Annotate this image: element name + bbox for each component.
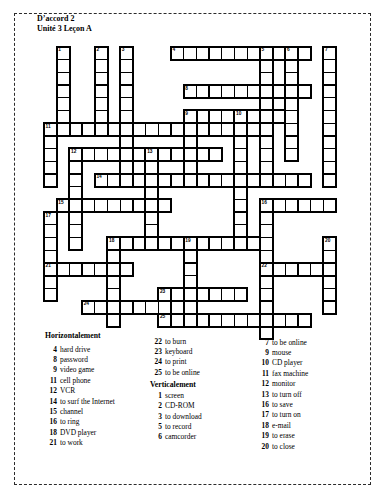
crossword-cell-r17c20[interactable] — [298, 263, 311, 276]
crossword-cell-r10c2[interactable] — [69, 174, 82, 187]
crossword-cell-r0c10[interactable] — [171, 47, 184, 60]
clue-text: to work — [60, 438, 83, 448]
crossword-cell-r5c11[interactable] — [184, 111, 197, 124]
crossword-cell-r12c7[interactable] — [133, 199, 146, 212]
crossword-cell-r0c13[interactable] — [209, 47, 222, 60]
crossword-cell-r3c17[interactable] — [260, 85, 273, 98]
crossword-cell-r19c17[interactable] — [260, 288, 273, 301]
crossword-cell-r9c11[interactable] — [184, 161, 197, 174]
crossword-cell-r6c19[interactable] — [285, 123, 298, 136]
crossword-cell-r15c17[interactable] — [260, 238, 273, 251]
crossword-cell-r14c8[interactable] — [146, 225, 159, 238]
crossword-cell-r10c9[interactable] — [158, 174, 171, 187]
crossword-cell-r13c0[interactable] — [44, 212, 57, 225]
crossword-cell-r10c12[interactable] — [196, 174, 209, 187]
clue-number: 12 — [42, 386, 60, 396]
crossword-cell-r14c17[interactable] — [260, 225, 273, 238]
crossword-cell-r6c14[interactable] — [222, 123, 235, 136]
crossword-cell-r17c3[interactable] — [82, 263, 95, 276]
crossword-cell-r12c22[interactable] — [323, 199, 336, 212]
crossword-cell-r0c22[interactable] — [323, 47, 336, 60]
crossword-cell-r8c17[interactable] — [260, 149, 273, 162]
crossword-cell-r3c20[interactable] — [298, 85, 311, 98]
crossword-cell-r13c8[interactable] — [146, 212, 159, 225]
crossword-cell-r4c6[interactable] — [120, 98, 133, 111]
crossword-cell-r20c6[interactable] — [120, 301, 133, 314]
crossword-cell-r3c18[interactable] — [273, 85, 286, 98]
crossword-cell-r7c17[interactable] — [260, 136, 273, 149]
clue-17: 17to turn on — [253, 410, 365, 420]
crossword-cell-r21c20[interactable] — [298, 314, 311, 327]
clue-number: 17 — [253, 410, 272, 420]
crossword-cell-r9c15[interactable] — [235, 161, 248, 174]
clue-22: 22to burn — [147, 337, 251, 347]
crossword-cell-r0c6[interactable] — [120, 47, 133, 60]
crossword-cell-r10c20[interactable] — [298, 174, 311, 187]
crossword-cell-r10c7[interactable] — [133, 174, 146, 187]
clue-text: cell phone — [60, 376, 91, 386]
crossword-cell-r21c17[interactable] — [260, 314, 273, 327]
crossword-cell-r10c10[interactable] — [171, 174, 184, 187]
clue-16: 16to ring — [42, 417, 146, 427]
crossword-cell-r20c5[interactable] — [108, 301, 121, 314]
crossword-cell-r10c5[interactable] — [108, 174, 121, 187]
crossword-cell-r12c1[interactable] — [57, 199, 70, 212]
crossword-cell-r6c4[interactable] — [95, 123, 108, 136]
crossword-cell-r19c12[interactable] — [196, 288, 209, 301]
crossword-cell-r6c17[interactable] — [260, 123, 273, 136]
crossword-cell-r8c11[interactable] — [184, 149, 197, 162]
clue-number: 19 — [253, 431, 272, 441]
crossword-cell-r4c22[interactable] — [323, 98, 336, 111]
crossword-cell-r5c6[interactable] — [120, 111, 133, 124]
crossword-cell-r16c22[interactable] — [323, 250, 336, 263]
clue-1: 1screen — [147, 391, 251, 401]
crossword-cell-r10c13[interactable] — [209, 174, 222, 187]
crossword-cell-r3c13[interactable] — [209, 85, 222, 98]
crossword-cell-r2c1[interactable] — [57, 72, 70, 85]
clue-12: 12monitor — [253, 379, 365, 389]
clue-number: 18 — [253, 421, 272, 431]
clue-text: to download — [165, 412, 202, 422]
clue-15: 15channel — [42, 407, 146, 417]
crossword-cell-r19c13[interactable] — [209, 288, 222, 301]
crossword-cell-r4c4[interactable] — [95, 98, 108, 111]
crossword-cell-r10c17[interactable] — [260, 174, 273, 187]
crossword-cell-r12c8[interactable] — [146, 199, 159, 212]
crossword-cell-r5c13[interactable] — [209, 111, 222, 124]
crossword-cell-r20c22[interactable] — [323, 301, 336, 314]
crossword-cell-r15c11[interactable] — [184, 238, 197, 251]
crossword-cell-r8c4[interactable] — [95, 149, 108, 162]
crossword-cell-r19c10[interactable] — [171, 288, 184, 301]
verticalement-header: Verticalement — [150, 380, 251, 390]
clue-text: hard drive — [60, 345, 90, 355]
crossword-cell-r10c22[interactable] — [323, 174, 336, 187]
crossword-cell-r13c2[interactable] — [69, 212, 82, 225]
crossword-cell-r3c12[interactable] — [196, 85, 209, 98]
crossword-cell-r15c14[interactable] — [222, 238, 235, 251]
clue-18: 18e-mail — [253, 421, 365, 431]
crossword-cell-r1c6[interactable] — [120, 60, 133, 73]
crossword-cell-r20c8[interactable] — [146, 301, 159, 314]
crossword-cell-r20c9[interactable] — [158, 301, 171, 314]
crossword-cell-r12c9[interactable] — [158, 199, 171, 212]
crossword-cell-r12c15[interactable] — [235, 199, 248, 212]
crossword-cell-r18c0[interactable] — [44, 276, 57, 289]
crossword-cell-r2c19[interactable] — [285, 72, 298, 85]
crossword-cell-r12c21[interactable] — [311, 199, 324, 212]
clue-text: mouse — [272, 348, 291, 358]
clue-text: e-mail — [272, 421, 291, 431]
crossword-cell-r17c0[interactable] — [44, 263, 57, 276]
crossword-cell-r8c22[interactable] — [323, 149, 336, 162]
crossword-cell-r2c22[interactable] — [323, 72, 336, 85]
crossword-cell-r16c0[interactable] — [44, 250, 57, 263]
crossword-grid: 1234567891011121314151617181920212223242… — [44, 47, 337, 340]
crossword-cell-r5c17[interactable] — [260, 111, 273, 124]
crossword-cell-r20c7[interactable] — [133, 301, 146, 314]
crossword-cell-r15c13[interactable] — [209, 238, 222, 251]
crossword-cell-r10c18[interactable] — [273, 174, 286, 187]
crossword-cell-r17c6[interactable] — [120, 263, 133, 276]
crossword-cell-r15c8[interactable] — [146, 238, 159, 251]
crossword-cell-r0c15[interactable] — [235, 47, 248, 60]
crossword-cell-r15c0[interactable] — [44, 238, 57, 251]
crossword-cell-r7c19[interactable] — [285, 136, 298, 149]
clue-number: 24 — [147, 357, 165, 367]
crossword-cell-r2c4[interactable] — [95, 72, 108, 85]
crossword-cell-r7c11[interactable] — [184, 136, 197, 149]
clue-5: 5to record — [147, 422, 251, 432]
crossword-cell-r21c10[interactable] — [171, 314, 184, 327]
crossword-cell-r6c15[interactable] — [235, 123, 248, 136]
clue-text: to burn — [165, 337, 186, 347]
crossword-cell-r0c4[interactable] — [95, 47, 108, 60]
crossword-cell-r0c1[interactable] — [57, 47, 70, 60]
crossword-cell-r4c19[interactable] — [285, 98, 298, 111]
crossword-cell-r2c17[interactable] — [260, 72, 273, 85]
crossword-cell-r6c0[interactable] — [44, 123, 57, 136]
clue-text: to turn on — [272, 410, 301, 420]
crossword-cell-r17c19[interactable] — [285, 263, 298, 276]
crossword-cell-r1c17[interactable] — [260, 60, 273, 73]
crossword-cell-r18c11[interactable] — [184, 276, 197, 289]
clue-25: 25to be online — [147, 368, 251, 378]
crossword-cell-r11c15[interactable] — [235, 187, 248, 200]
crossword-cell-r19c9[interactable] — [158, 288, 171, 301]
crossword-cell-r8c15[interactable] — [235, 149, 248, 162]
crossword-cell-r19c14[interactable] — [222, 288, 235, 301]
crossword-cell-r6c1[interactable] — [57, 123, 70, 136]
crossword-cell-r10c14[interactable] — [222, 174, 235, 187]
crossword-cell-r3c16[interactable] — [247, 85, 260, 98]
crossword-cell-r19c22[interactable] — [323, 288, 336, 301]
crossword-cell-r17c22[interactable] — [323, 263, 336, 276]
clue-number: 5 — [147, 422, 165, 432]
crossword-cell-r15c12[interactable] — [196, 238, 209, 251]
clue-number: 11 — [42, 376, 60, 386]
horizontalement-header: Horizontalement — [45, 331, 146, 341]
crossword-cell-r12c3[interactable] — [82, 199, 95, 212]
crossword-cell-r8c3[interactable] — [82, 149, 95, 162]
crossword-cell-r0c11[interactable] — [184, 47, 197, 60]
crossword-cell-r5c1[interactable] — [57, 111, 70, 124]
crossword-cell-r0c12[interactable] — [196, 47, 209, 60]
crossword-cell-r15c7[interactable] — [133, 238, 146, 251]
title-line-2: Unité 3 Leçon A — [37, 24, 92, 34]
crossword-cell-r15c9[interactable] — [158, 238, 171, 251]
clue-4: 4hard drive — [42, 345, 146, 355]
crossword-cell-r16c5[interactable] — [108, 250, 121, 263]
crossword-cell-r18c5[interactable] — [108, 276, 121, 289]
crossword-cell-r8c2[interactable] — [69, 149, 82, 162]
clue-number: 23 — [147, 347, 165, 357]
clues-column-verticalement: 7to be online9mouse10CD player11fax mach… — [253, 338, 365, 452]
crossword-cell-r11c8[interactable] — [146, 187, 159, 200]
crossword-cell-r14c0[interactable] — [44, 225, 57, 238]
crossword-cell-r15c5[interactable] — [108, 238, 121, 251]
crossword-cell-r5c16[interactable] — [247, 111, 260, 124]
clue-number: 10 — [253, 358, 272, 368]
crossword-cell-r12c4[interactable] — [95, 199, 108, 212]
crossword-cell-r6c6[interactable] — [120, 123, 133, 136]
clue-3: 3to download — [147, 412, 251, 422]
crossword-cell-r7c15[interactable] — [235, 136, 248, 149]
crossword-cell-r0c18[interactable] — [273, 47, 286, 60]
crossword-cell-r8c13[interactable] — [209, 149, 222, 162]
crossword-cell-r0c20[interactable] — [298, 47, 311, 60]
crossword-cell-r15c22[interactable] — [323, 238, 336, 251]
crossword-cell-r12c5[interactable] — [108, 199, 121, 212]
crossword-cell-r5c22[interactable] — [323, 111, 336, 124]
crossword-cell-r3c14[interactable] — [222, 85, 235, 98]
clue-20: 20to close — [253, 442, 365, 452]
crossword-cell-r21c11[interactable] — [184, 314, 197, 327]
crossword-cell-r14c15[interactable] — [235, 225, 248, 238]
crossword-cell-r10c16[interactable] — [247, 174, 260, 187]
crossword-cell-r8c10[interactable] — [171, 149, 184, 162]
crossword-cell-r18c17[interactable] — [260, 276, 273, 289]
crossword-cell-r12c17[interactable] — [260, 199, 273, 212]
worksheet-page: D’accord 2 Unité 3 Leçon A 1234567891011… — [0, 0, 386, 500]
crossword-cell-r0c19[interactable] — [285, 47, 298, 60]
crossword-cell-r12c20[interactable] — [298, 199, 311, 212]
crossword-cell-r19c0[interactable] — [44, 288, 57, 301]
crossword-cell-r9c22[interactable] — [323, 161, 336, 174]
clue-number: 9 — [42, 365, 60, 375]
crossword-cell-r13c17[interactable] — [260, 212, 273, 225]
clue-number: 16 — [42, 417, 60, 427]
clue-text: to be online — [165, 368, 200, 378]
crossword-cell-r10c8[interactable] — [146, 174, 159, 187]
crossword-cell-r6c9[interactable] — [158, 123, 171, 136]
crossword-cell-r20c10[interactable] — [171, 301, 184, 314]
crossword-cell-r4c17[interactable] — [260, 98, 273, 111]
clue-text: VCR — [60, 386, 75, 396]
crossword-cell-r17c17[interactable] — [260, 263, 273, 276]
crossword-cell-r17c11[interactable] — [184, 263, 197, 276]
clue-9: 9video game — [42, 365, 146, 375]
crossword-cell-r0c14[interactable] — [222, 47, 235, 60]
clue-text: CD-ROM — [165, 401, 195, 411]
crossword-cell-r7c6[interactable] — [120, 136, 133, 149]
clue-text: monitor — [272, 379, 295, 389]
clue-number: 13 — [253, 390, 272, 400]
clue-2: 2CD-ROM — [147, 401, 251, 411]
crossword-cell-r6c2[interactable] — [69, 123, 82, 136]
crossword-cell-r19c5[interactable] — [108, 288, 121, 301]
crossword-cell-r21c19[interactable] — [285, 314, 298, 327]
page-title: D’accord 2 Unité 3 Leçon A — [37, 14, 92, 34]
crossword-cell-r17c4[interactable] — [95, 263, 108, 276]
clue-text: DVD player — [60, 428, 96, 438]
clue-14: 14to surf the Internet — [42, 397, 146, 407]
crossword-cell-r3c11[interactable] — [184, 85, 197, 98]
crossword-cell-r8c9[interactable] — [158, 149, 171, 162]
crossword-cell-r19c15[interactable] — [235, 288, 248, 301]
crossword-cell-r0c16[interactable] — [247, 47, 260, 60]
crossword-cell-r10c0[interactable] — [44, 174, 57, 187]
crossword-cell-r15c6[interactable] — [120, 238, 133, 251]
crossword-cell-r9c0[interactable] — [44, 161, 57, 174]
crossword-cell-r8c19[interactable] — [285, 149, 298, 162]
crossword-cell-r17c5[interactable] — [108, 263, 121, 276]
crossword-cell-r3c22[interactable] — [323, 85, 336, 98]
crossword-cell-r18c22[interactable] — [323, 276, 336, 289]
crossword-cell-r21c15[interactable] — [235, 314, 248, 327]
crossword-cell-r6c7[interactable] — [133, 123, 146, 136]
clue-24: 24to print — [147, 357, 251, 367]
crossword-cell-r8c0[interactable] — [44, 149, 57, 162]
clue-13: 13to turn off — [253, 390, 365, 400]
crossword-cell-r21c18[interactable] — [273, 314, 286, 327]
crossword-cell-r2c6[interactable] — [120, 72, 133, 85]
crossword-cell-r15c16[interactable] — [247, 238, 260, 251]
crossword-cell-r6c8[interactable] — [146, 123, 159, 136]
crossword-cell-r20c17[interactable] — [260, 301, 273, 314]
crossword-cell-r5c14[interactable] — [222, 111, 235, 124]
crossword-cell-r12c6[interactable] — [120, 199, 133, 212]
crossword-cell-r1c22[interactable] — [323, 60, 336, 73]
crossword-cell-r20c11[interactable] — [184, 301, 197, 314]
crossword-cell-r6c22[interactable] — [323, 123, 336, 136]
crossword-cell-r1c19[interactable] — [285, 60, 298, 73]
crossword-cell-r8c7[interactable] — [133, 149, 146, 162]
crossword-cell-r0c17[interactable] — [260, 47, 273, 60]
crossword-cell-r10c6[interactable] — [120, 174, 133, 187]
crossword-cell-r8c5[interactable] — [108, 149, 121, 162]
crossword-cell-r9c17[interactable] — [260, 161, 273, 174]
crossword-cell-r21c9[interactable] — [158, 314, 171, 327]
clue-text: CD player — [272, 358, 303, 368]
crossword-cell-r15c15[interactable] — [235, 238, 248, 251]
crossword-cell-r7c22[interactable] — [323, 136, 336, 149]
crossword-cell-r10c19[interactable] — [285, 174, 298, 187]
crossword-cell-r3c19[interactable] — [285, 85, 298, 98]
crossword-cell-r5c19[interactable] — [285, 111, 298, 124]
clue-number: 3 — [147, 412, 165, 422]
crossword-cell-r12c19[interactable] — [285, 199, 298, 212]
crossword-cell-r16c17[interactable] — [260, 250, 273, 263]
crossword-cell-r12c2[interactable] — [69, 199, 82, 212]
crossword-cell-r3c15[interactable] — [235, 85, 248, 98]
crossword-cell-r6c16[interactable] — [247, 123, 260, 136]
crossword-cell-r21c14[interactable] — [222, 314, 235, 327]
clue-text: to save — [272, 400, 293, 410]
crossword-cell-r8c6[interactable] — [120, 149, 133, 162]
crossword-cell-r15c10[interactable] — [171, 238, 184, 251]
crossword-cell-r20c4[interactable] — [95, 301, 108, 314]
crossword-cell-r3c6[interactable] — [120, 85, 133, 98]
crossword-cell-r10c15[interactable] — [235, 174, 248, 187]
clue-number: 1 — [147, 391, 165, 401]
crossword-cell-r9c6[interactable] — [120, 161, 133, 174]
crossword-cell-r6c13[interactable] — [209, 123, 222, 136]
crossword-cell-r20c3[interactable] — [82, 301, 95, 314]
crossword-cell-r17c2[interactable] — [69, 263, 82, 276]
crossword-cell-r6c5[interactable] — [108, 123, 121, 136]
crossword-cell-r5c15[interactable] — [235, 111, 248, 124]
crossword-cell-r10c11[interactable] — [184, 174, 197, 187]
crossword-cell-r13c15[interactable] — [235, 212, 248, 225]
crossword-cell-r19c11[interactable] — [184, 288, 197, 301]
clue-text: to turn off — [272, 390, 302, 400]
clue-number: 7 — [253, 338, 272, 348]
clue-number: 6 — [147, 432, 165, 442]
crossword-cell-r4c1[interactable] — [57, 98, 70, 111]
clue-text: channel — [60, 407, 83, 417]
clue-23: 23keyboard — [147, 347, 251, 357]
crossword-cell-r6c12[interactable] — [196, 123, 209, 136]
crossword-cell-r21c12[interactable] — [196, 314, 209, 327]
crossword-cell-r6c3[interactable] — [82, 123, 95, 136]
crossword-cell-r14c2[interactable] — [69, 225, 82, 238]
clue-number: 9 — [253, 348, 272, 358]
crossword-cell-r8c8[interactable] — [146, 149, 159, 162]
crossword-cell-r16c11[interactable] — [184, 250, 197, 263]
crossword-cell-r1c1[interactable] — [57, 60, 70, 73]
crossword-cell-r3c4[interactable] — [95, 85, 108, 98]
crossword-cell-r11c2[interactable] — [69, 187, 82, 200]
crossword-cell-r7c0[interactable] — [44, 136, 57, 149]
crossword-cell-r6c11[interactable] — [184, 123, 197, 136]
clue-number: 21 — [42, 438, 60, 448]
crossword-cell-r5c18[interactable] — [273, 111, 286, 124]
crossword-cell-r21c5[interactable] — [108, 314, 121, 327]
crossword-cell-r12c18[interactable] — [273, 199, 286, 212]
crossword-cell-r21c16[interactable] — [247, 314, 260, 327]
crossword-cell-r17c18[interactable] — [273, 263, 286, 276]
crossword-cell-r17c1[interactable] — [57, 263, 70, 276]
clue-number: 20 — [253, 442, 272, 452]
crossword-cell-r10c4[interactable] — [95, 174, 108, 187]
crossword-cell-r21c13[interactable] — [209, 314, 222, 327]
crossword-cell-r5c12[interactable] — [196, 111, 209, 124]
clue-number: 16 — [253, 400, 272, 410]
crossword-cell-r6c10[interactable] — [171, 123, 184, 136]
crossword-cell-r3c1[interactable] — [57, 85, 70, 98]
crossword-cell-r8c12[interactable] — [196, 149, 209, 162]
crossword-cell-r9c2[interactable] — [69, 161, 82, 174]
crossword-cell-r1c4[interactable] — [95, 60, 108, 73]
crossword-cell-r17c21[interactable] — [311, 263, 324, 276]
crossword-cell-r15c2[interactable] — [69, 238, 82, 251]
title-line-1: D’accord 2 — [37, 14, 92, 24]
crossword-cell-r9c8[interactable] — [146, 161, 159, 174]
crossword-cell-r5c4[interactable] — [95, 111, 108, 124]
clue-text: to erase — [272, 431, 295, 441]
